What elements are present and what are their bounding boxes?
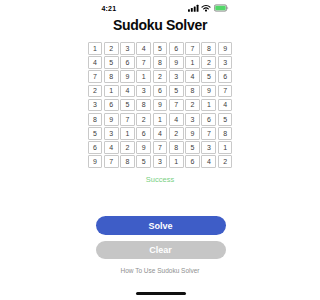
status-bar: 4:21 (76, 0, 245, 14)
sudoku-cell-r2c5[interactable]: 8 (153, 56, 168, 69)
sudoku-cell-r6c8[interactable]: 6 (201, 113, 216, 126)
status-message: Success (76, 175, 245, 184)
sudoku-cell-r1c4[interactable]: 4 (136, 42, 151, 55)
sudoku-cell-r8c3[interactable]: 2 (120, 141, 135, 154)
wifi-icon (201, 4, 211, 12)
sudoku-cell-r7c9[interactable]: 8 (218, 127, 233, 140)
sudoku-cell-r4c7[interactable]: 8 (185, 85, 200, 98)
sudoku-cell-r3c6[interactable]: 3 (169, 70, 184, 83)
clear-button[interactable]: Clear (96, 241, 226, 259)
sudoku-cell-r2c6[interactable]: 9 (169, 56, 184, 69)
sudoku-cell-r9c3[interactable]: 8 (120, 155, 135, 168)
sudoku-cell-r5c1[interactable]: 3 (88, 99, 103, 112)
sudoku-cell-r4c8[interactable]: 9 (201, 85, 216, 98)
sudoku-cell-r8c9[interactable]: 1 (218, 141, 233, 154)
sudoku-cell-r4c5[interactable]: 6 (153, 85, 168, 98)
page-title: Sudoku Solver (76, 17, 245, 33)
app-screen: 4:21 Sudoku Solver 123456789456789123789… (76, 0, 245, 300)
sudoku-cell-r1c8[interactable]: 8 (201, 42, 216, 55)
sudoku-cell-r9c1[interactable]: 9 (88, 155, 103, 168)
sudoku-cell-r2c4[interactable]: 7 (136, 56, 151, 69)
sudoku-cell-r9c4[interactable]: 5 (136, 155, 151, 168)
help-link[interactable]: How To Use Sudoku Solver (76, 267, 245, 274)
sudoku-cell-r5c7[interactable]: 2 (185, 99, 200, 112)
battery-fill (215, 6, 225, 10)
sudoku-cell-r5c5[interactable]: 9 (153, 99, 168, 112)
sudoku-board: 1234567894567891237891234562143658973658… (88, 42, 233, 168)
sudoku-cell-r6c3[interactable]: 7 (120, 113, 135, 126)
sudoku-cell-r3c7[interactable]: 4 (185, 70, 200, 83)
sudoku-cell-r6c9[interactable]: 5 (218, 113, 233, 126)
sudoku-cell-r8c7[interactable]: 5 (185, 141, 200, 154)
sudoku-cell-r9c7[interactable]: 6 (185, 155, 200, 168)
sudoku-cell-r2c9[interactable]: 3 (218, 56, 233, 69)
sudoku-cell-r6c4[interactable]: 2 (136, 113, 151, 126)
sudoku-cell-r8c6[interactable]: 8 (169, 141, 184, 154)
sudoku-cell-r7c6[interactable]: 2 (169, 127, 184, 140)
sudoku-cell-r4c3[interactable]: 4 (120, 85, 135, 98)
sudoku-cell-r2c1[interactable]: 4 (88, 56, 103, 69)
sudoku-cell-r6c7[interactable]: 3 (185, 113, 200, 126)
sudoku-cell-r1c7[interactable]: 7 (185, 42, 200, 55)
sudoku-cell-r6c6[interactable]: 4 (169, 113, 184, 126)
sudoku-cell-r3c8[interactable]: 5 (201, 70, 216, 83)
sudoku-cell-r8c4[interactable]: 9 (136, 141, 151, 154)
sudoku-cell-r8c8[interactable]: 3 (201, 141, 216, 154)
sudoku-cell-r3c4[interactable]: 1 (136, 70, 151, 83)
sudoku-cell-r4c6[interactable]: 5 (169, 85, 184, 98)
sudoku-cell-r3c5[interactable]: 2 (153, 70, 168, 83)
sudoku-cell-r9c9[interactable]: 2 (218, 155, 233, 168)
sudoku-cell-r8c2[interactable]: 4 (104, 141, 119, 154)
home-indicator[interactable] (136, 292, 186, 295)
sudoku-cell-r1c3[interactable]: 3 (120, 42, 135, 55)
sudoku-cell-r8c1[interactable]: 6 (88, 141, 103, 154)
sudoku-cell-r9c6[interactable]: 1 (169, 155, 184, 168)
sudoku-cell-r6c2[interactable]: 9 (104, 113, 119, 126)
sudoku-cell-r9c8[interactable]: 4 (201, 155, 216, 168)
sudoku-cell-r2c3[interactable]: 6 (120, 56, 135, 69)
sudoku-cell-r2c7[interactable]: 1 (185, 56, 200, 69)
sudoku-cell-r2c8[interactable]: 2 (201, 56, 216, 69)
sudoku-cell-r4c1[interactable]: 2 (88, 85, 103, 98)
sudoku-cell-r6c5[interactable]: 1 (153, 113, 168, 126)
sudoku-cell-r1c9[interactable]: 9 (218, 42, 233, 55)
sudoku-cell-r5c8[interactable]: 1 (201, 99, 216, 112)
sudoku-cell-r9c2[interactable]: 7 (104, 155, 119, 168)
sudoku-cell-r7c2[interactable]: 3 (104, 127, 119, 140)
sudoku-cell-r5c2[interactable]: 6 (104, 99, 119, 112)
sudoku-cell-r7c8[interactable]: 7 (201, 127, 216, 140)
sudoku-cell-r1c1[interactable]: 1 (88, 42, 103, 55)
sudoku-cell-r4c2[interactable]: 1 (104, 85, 119, 98)
solve-button[interactable]: Solve (96, 216, 226, 235)
sudoku-cell-r3c2[interactable]: 8 (104, 70, 119, 83)
sudoku-cell-r5c9[interactable]: 4 (218, 99, 233, 112)
sudoku-cell-r1c5[interactable]: 5 (153, 42, 168, 55)
sudoku-cell-r5c3[interactable]: 5 (120, 99, 135, 112)
sudoku-cell-r4c9[interactable]: 7 (218, 85, 233, 98)
sudoku-cell-r7c3[interactable]: 1 (120, 127, 135, 140)
sudoku-cell-r3c3[interactable]: 9 (120, 70, 135, 83)
status-icons (188, 4, 229, 12)
sudoku-cell-r7c7[interactable]: 9 (185, 127, 200, 140)
sudoku-cell-r9c5[interactable]: 3 (153, 155, 168, 168)
sudoku-cell-r4c4[interactable]: 3 (136, 85, 151, 98)
battery-icon (214, 4, 229, 12)
sudoku-cell-r5c4[interactable]: 8 (136, 99, 151, 112)
sudoku-cell-r6c1[interactable]: 8 (88, 113, 103, 126)
sudoku-cell-r1c2[interactable]: 2 (104, 42, 119, 55)
sudoku-cell-r2c2[interactable]: 5 (104, 56, 119, 69)
sudoku-cell-r3c9[interactable]: 6 (218, 70, 233, 83)
sudoku-cell-r7c5[interactable]: 4 (153, 127, 168, 140)
cellular-signal-icon (188, 4, 199, 12)
sudoku-cell-r8c5[interactable]: 7 (153, 141, 168, 154)
sudoku-cell-r3c1[interactable]: 7 (88, 70, 103, 83)
status-time: 4:21 (102, 5, 117, 12)
sudoku-cell-r5c6[interactable]: 7 (169, 99, 184, 112)
sudoku-cell-r7c4[interactable]: 6 (136, 127, 151, 140)
sudoku-cell-r1c6[interactable]: 6 (169, 42, 184, 55)
sudoku-cell-r7c1[interactable]: 5 (88, 127, 103, 140)
